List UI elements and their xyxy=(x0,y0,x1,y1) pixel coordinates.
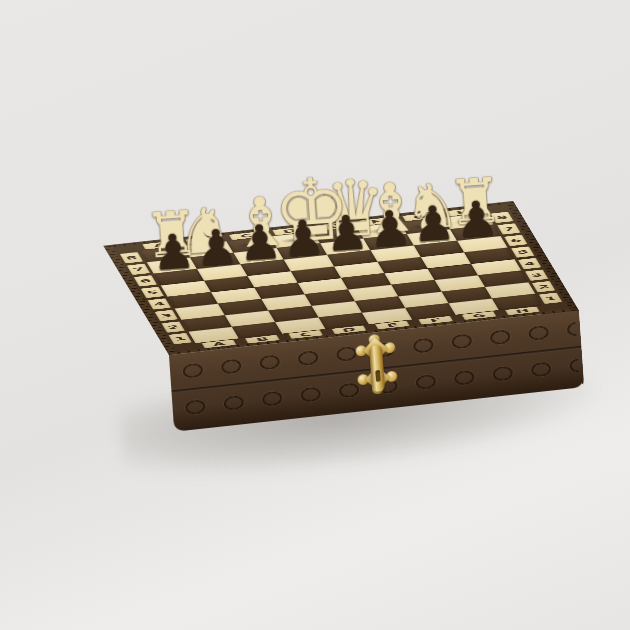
piece-dark-pawn-b7[interactable]: ♟ xyxy=(193,227,239,266)
chess-box: ABCDEFGH8♜♞♝♚♛♝♞♜87♟♟♟♟♟♟♟♟7665544332211… xyxy=(103,201,579,355)
rank-label: 2 xyxy=(532,281,555,292)
rank-label: 7 xyxy=(498,223,521,234)
piece-dark-pawn-d7[interactable]: ♟ xyxy=(280,218,326,257)
piece-dark-pawn-e7[interactable]: ♟ xyxy=(324,213,370,252)
piece-dark-pawn-f7[interactable]: ♟ xyxy=(367,209,413,248)
rank-label: 4 xyxy=(148,298,171,309)
rank-label: 6 xyxy=(505,235,528,246)
rank-label: 1 xyxy=(169,333,192,344)
piece-dark-pawn-c7[interactable]: ♟ xyxy=(237,223,283,262)
rank-label: 3 xyxy=(525,270,548,281)
rank-label: 2 xyxy=(162,322,185,333)
piece-dark-pawn-a7[interactable]: ♟ xyxy=(150,232,196,271)
rank-label: 5 xyxy=(511,246,534,257)
rank-label: 5 xyxy=(141,287,164,298)
rank-label: 7 xyxy=(127,264,150,275)
piece-dark-pawn-h7[interactable]: ♟ xyxy=(454,199,500,238)
frame-corner xyxy=(542,303,569,312)
rank-label: 3 xyxy=(155,310,178,321)
brass-clasp xyxy=(352,335,402,403)
rank-label: 8 xyxy=(120,252,143,263)
rank-label: 1 xyxy=(539,293,562,304)
piece-dark-pawn-g7[interactable]: ♟ xyxy=(410,204,456,243)
square-b7[interactable]: ♟ xyxy=(190,253,240,269)
rank-label: 6 xyxy=(134,275,157,286)
scene-tilt-wrapper: ABCDEFGH8♜♞♝♚♛♝♞♜87♟♟♟♟♟♟♟♟7665544332211… xyxy=(39,24,594,579)
chess-box-scene: ABCDEFGH8♜♞♝♚♛♝♞♜87♟♟♟♟♟♟♟♟7665544332211… xyxy=(55,40,575,560)
square-g4[interactable] xyxy=(428,264,478,280)
rank-label: 4 xyxy=(518,258,541,269)
